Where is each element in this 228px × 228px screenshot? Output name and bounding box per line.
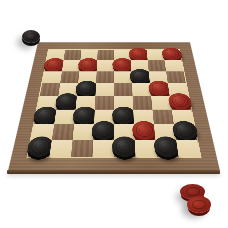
square-g8[interactable] [155, 140, 178, 157]
red-checker[interactable] [161, 48, 183, 60]
square-f1[interactable] [130, 50, 147, 60]
square-a3[interactable] [42, 71, 62, 83]
square-f7[interactable] [134, 124, 155, 140]
captured-red-checker[interactable] [187, 196, 211, 213]
square-a8[interactable] [28, 140, 52, 157]
square-h5[interactable] [170, 96, 191, 110]
checkers-board [8, 42, 220, 171]
square-c7[interactable] [73, 124, 94, 140]
square-g2[interactable] [148, 60, 166, 71]
square-g4[interactable] [150, 83, 170, 96]
board-grid [26, 49, 201, 158]
square-a2[interactable] [45, 60, 64, 71]
square-b5[interactable] [56, 96, 77, 110]
square-f3[interactable] [131, 71, 150, 83]
square-b8[interactable] [49, 140, 72, 157]
square-c2[interactable] [79, 60, 97, 71]
square-b1[interactable] [64, 50, 82, 60]
square-d7[interactable] [93, 124, 114, 140]
square-e4[interactable] [114, 83, 133, 96]
square-c8[interactable] [71, 140, 93, 157]
square-e6[interactable] [114, 110, 134, 125]
square-h2[interactable] [164, 60, 183, 71]
square-d1[interactable] [97, 50, 114, 60]
product-photo-checkers-set [0, 0, 228, 228]
square-d5[interactable] [95, 96, 114, 110]
black-checker[interactable] [72, 107, 97, 124]
square-b3[interactable] [60, 71, 79, 83]
square-b7[interactable] [52, 124, 74, 140]
square-e8[interactable] [114, 140, 136, 157]
square-f5[interactable] [133, 96, 153, 110]
square-h1[interactable] [163, 50, 181, 60]
square-d2[interactable] [97, 60, 114, 71]
board-perspective-wrapper [25, 7, 202, 184]
square-g6[interactable] [152, 110, 173, 125]
square-d8[interactable] [92, 140, 114, 157]
red-checker[interactable] [168, 93, 193, 109]
square-h7[interactable] [174, 124, 197, 140]
square-d4[interactable] [95, 83, 114, 96]
square-h8[interactable] [176, 140, 200, 157]
square-e2[interactable] [114, 60, 131, 71]
black-checker[interactable] [75, 81, 98, 96]
black-checker[interactable] [171, 121, 198, 140]
black-checker[interactable] [91, 121, 116, 140]
square-c4[interactable] [77, 83, 96, 96]
square-a4[interactable] [40, 83, 60, 96]
board-front-edge [7, 170, 220, 174]
captured-black-checker[interactable] [22, 30, 40, 43]
square-c6[interactable] [74, 110, 95, 125]
square-d3[interactable] [96, 71, 114, 83]
square-h3[interactable] [166, 71, 186, 83]
square-a6[interactable] [34, 110, 56, 125]
